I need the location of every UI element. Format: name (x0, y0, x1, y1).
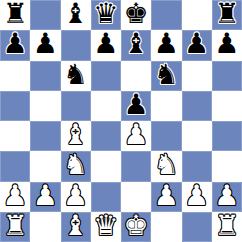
black-bishop[interactable]: ♝ (63, 0, 88, 28)
black-pawn[interactable]: ♟ (93, 30, 118, 58)
square-c7[interactable] (61, 30, 91, 60)
white-pawn[interactable]: ♟ (3, 182, 28, 210)
black-pawn[interactable]: ♟ (33, 30, 58, 58)
square-h4[interactable] (212, 121, 242, 151)
black-bishop[interactable]: ♝ (124, 30, 149, 58)
square-g4[interactable] (182, 121, 212, 151)
white-rook[interactable]: ♜ (214, 212, 239, 240)
chess-board[interactable]: ♜♝♛♚♜♟♟♟♝♟♟♟♞♞♟♝♟♞♞♟♟♟♟♟♟♜♝♛♚♜ (0, 0, 242, 242)
white-bishop[interactable]: ♝ (63, 212, 88, 240)
square-b3[interactable] (30, 151, 60, 181)
white-pawn[interactable]: ♟ (63, 182, 88, 210)
white-knight[interactable]: ♞ (63, 151, 88, 179)
square-d2[interactable] (91, 182, 121, 212)
square-h3[interactable] (212, 151, 242, 181)
square-b1[interactable] (30, 212, 60, 242)
black-pawn[interactable]: ♟ (124, 91, 149, 119)
square-h8[interactable]: ♜ (212, 0, 242, 30)
square-a1[interactable]: ♜ (0, 212, 30, 242)
square-d6[interactable] (91, 61, 121, 91)
square-a4[interactable] (0, 121, 30, 151)
square-a7[interactable]: ♟ (0, 30, 30, 60)
square-b5[interactable] (30, 91, 60, 121)
square-e1[interactable]: ♚ (121, 212, 151, 242)
black-rook[interactable]: ♜ (3, 0, 28, 28)
black-pawn[interactable]: ♟ (3, 30, 28, 58)
square-e3[interactable] (121, 151, 151, 181)
square-h6[interactable] (212, 61, 242, 91)
square-g8[interactable] (182, 0, 212, 30)
square-c5[interactable] (61, 91, 91, 121)
square-e2[interactable] (121, 182, 151, 212)
black-knight[interactable]: ♞ (154, 61, 179, 89)
white-king[interactable]: ♚ (124, 212, 149, 240)
square-d5[interactable] (91, 91, 121, 121)
black-rook[interactable]: ♜ (214, 0, 239, 28)
square-e5[interactable]: ♟ (121, 91, 151, 121)
square-a6[interactable] (0, 61, 30, 91)
square-c3[interactable]: ♞ (61, 151, 91, 181)
square-g7[interactable]: ♟ (182, 30, 212, 60)
square-g1[interactable] (182, 212, 212, 242)
square-d3[interactable] (91, 151, 121, 181)
white-pawn[interactable]: ♟ (124, 121, 149, 149)
black-queen[interactable]: ♛ (93, 0, 118, 28)
square-c6[interactable]: ♞ (61, 61, 91, 91)
square-b7[interactable]: ♟ (30, 30, 60, 60)
square-e8[interactable]: ♚ (121, 0, 151, 30)
square-c4[interactable]: ♝ (61, 121, 91, 151)
square-b4[interactable] (30, 121, 60, 151)
square-f8[interactable] (151, 0, 181, 30)
white-pawn[interactable]: ♟ (154, 182, 179, 210)
square-a8[interactable]: ♜ (0, 0, 30, 30)
square-b2[interactable]: ♟ (30, 182, 60, 212)
white-rook[interactable]: ♜ (3, 212, 28, 240)
square-e4[interactable]: ♟ (121, 121, 151, 151)
square-c2[interactable]: ♟ (61, 182, 91, 212)
white-knight[interactable]: ♞ (154, 151, 179, 179)
square-e7[interactable]: ♝ (121, 30, 151, 60)
white-queen[interactable]: ♛ (93, 212, 118, 240)
square-c1[interactable]: ♝ (61, 212, 91, 242)
square-a5[interactable] (0, 91, 30, 121)
square-h5[interactable] (212, 91, 242, 121)
square-g3[interactable] (182, 151, 212, 181)
square-f3[interactable]: ♞ (151, 151, 181, 181)
square-d8[interactable]: ♛ (91, 0, 121, 30)
square-f1[interactable] (151, 212, 181, 242)
square-f6[interactable]: ♞ (151, 61, 181, 91)
square-f2[interactable]: ♟ (151, 182, 181, 212)
black-pawn[interactable]: ♟ (214, 30, 239, 58)
black-pawn[interactable]: ♟ (184, 30, 209, 58)
black-knight[interactable]: ♞ (63, 61, 88, 89)
black-king[interactable]: ♚ (124, 0, 149, 28)
black-pawn[interactable]: ♟ (154, 30, 179, 58)
square-g2[interactable]: ♟ (182, 182, 212, 212)
square-g5[interactable] (182, 91, 212, 121)
square-b8[interactable] (30, 0, 60, 30)
white-bishop[interactable]: ♝ (63, 121, 88, 149)
square-d4[interactable] (91, 121, 121, 151)
square-d1[interactable]: ♛ (91, 212, 121, 242)
square-d7[interactable]: ♟ (91, 30, 121, 60)
square-g6[interactable] (182, 61, 212, 91)
white-pawn[interactable]: ♟ (184, 182, 209, 210)
square-f4[interactable] (151, 121, 181, 151)
white-pawn[interactable]: ♟ (214, 182, 239, 210)
square-h2[interactable]: ♟ (212, 182, 242, 212)
square-h7[interactable]: ♟ (212, 30, 242, 60)
square-a2[interactable]: ♟ (0, 182, 30, 212)
square-e6[interactable] (121, 61, 151, 91)
square-f5[interactable] (151, 91, 181, 121)
square-f7[interactable]: ♟ (151, 30, 181, 60)
square-b6[interactable] (30, 61, 60, 91)
square-c8[interactable]: ♝ (61, 0, 91, 30)
square-a3[interactable] (0, 151, 30, 181)
white-pawn[interactable]: ♟ (33, 182, 58, 210)
square-h1[interactable]: ♜ (212, 212, 242, 242)
